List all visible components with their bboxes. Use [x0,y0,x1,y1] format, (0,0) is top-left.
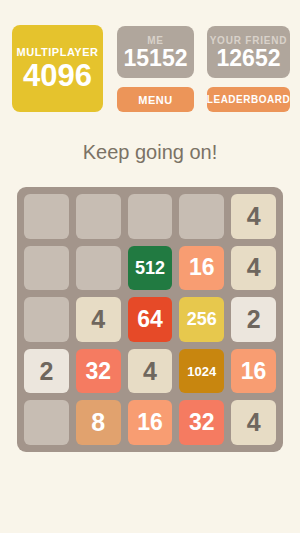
me-score-badge: ME 15152 [117,26,194,78]
tile-4: 4 [231,400,276,445]
tile-16: 16 [179,246,224,291]
tile-16: 16 [231,349,276,394]
board[interactable]: 451216446425622324102416816324 [17,187,283,452]
friend-score-value: 12652 [217,47,281,70]
me-score-value: 15152 [124,47,188,70]
multiplayer-label: MULTIPLAYER [17,46,99,58]
tile-2: 2 [231,297,276,342]
multiplayer-score-value: 4096 [23,60,92,91]
empty-cell [179,194,224,239]
multiplayer-score-badge: MULTIPLAYER 4096 [12,25,103,112]
tile-4: 4 [76,297,121,342]
tile-2: 2 [24,349,69,394]
menu-button[interactable]: MENU [117,87,194,112]
status-message: Keep going on! [0,141,300,164]
tile-256: 256 [179,297,224,342]
empty-cell [128,194,173,239]
leaderboard-button[interactable]: LEADERBOARD [207,87,290,112]
tile-1024: 1024 [179,349,224,394]
empty-cell [24,194,69,239]
tile-16: 16 [128,400,173,445]
tile-4: 4 [231,246,276,291]
friend-label: YOUR FRIEND [210,35,288,46]
friend-score-badge: YOUR FRIEND 12652 [207,26,290,78]
tile-4: 4 [231,194,276,239]
empty-cell [24,297,69,342]
tile-32: 32 [179,400,224,445]
tile-32: 32 [76,349,121,394]
empty-cell [24,400,69,445]
empty-cell [76,194,121,239]
me-label: ME [147,35,164,46]
tile-512: 512 [128,246,173,291]
tile-4: 4 [128,349,173,394]
tile-64: 64 [128,297,173,342]
empty-cell [76,246,121,291]
tile-8: 8 [76,400,121,445]
empty-cell [24,246,69,291]
